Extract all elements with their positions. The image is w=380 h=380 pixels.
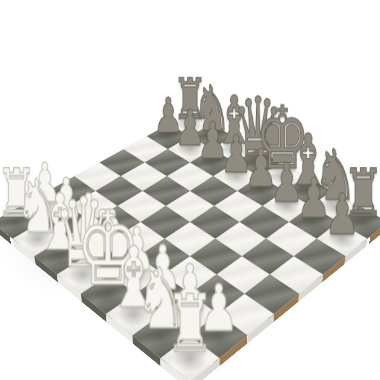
chess-board: ♜♞♝♛♚♝♞♜♟♟♟♟♟♟♟♟♟♟♟♟♟♟♟♟♜♞♝♛♚♝♞♜ [0, 112, 380, 380]
white-rook-icon: ♜ [165, 284, 214, 363]
square-h1: ♜ [160, 336, 219, 380]
gray-pawn-icon: ♟ [324, 186, 359, 242]
chess-set-photo: ♜♞♝♛♚♝♞♜♟♟♟♟♟♟♟♟♟♟♟♟♟♟♟♟♜♞♝♛♚♝♞♜ [0, 0, 380, 380]
square-h7: ♟ [317, 222, 368, 256]
